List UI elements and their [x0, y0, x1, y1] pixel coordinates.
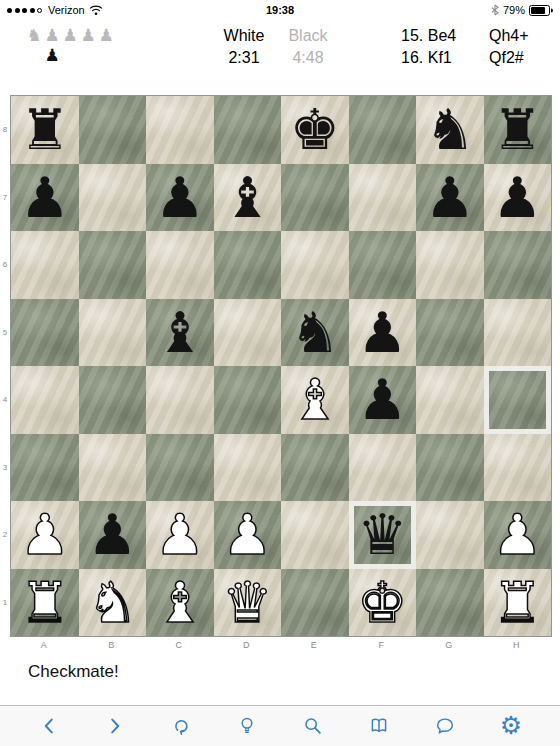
- piece-white-pawn[interactable]: ♟: [20, 501, 70, 569]
- piece-white-rook[interactable]: ♜: [20, 569, 70, 637]
- square-c7[interactable]: ♟: [146, 164, 214, 232]
- square-h3[interactable]: [484, 434, 552, 502]
- square-d1[interactable]: ♛: [214, 569, 282, 637]
- take-back-button[interactable]: [164, 709, 198, 743]
- black-clock-panel: Black 4:48: [277, 25, 339, 69]
- square-a6[interactable]: [11, 231, 79, 299]
- chat-button[interactable]: [428, 709, 462, 743]
- piece-black-bishop[interactable]: ♝: [222, 164, 272, 232]
- square-e4[interactable]: ♝: [281, 366, 349, 434]
- square-h7[interactable]: ♟: [484, 164, 552, 232]
- piece-white-pawn[interactable]: ♟: [492, 501, 542, 569]
- square-a8[interactable]: ♜: [11, 96, 79, 164]
- captured-piece: ♞: [25, 26, 43, 44]
- file-label-e: E: [280, 639, 348, 652]
- piece-black-rook[interactable]: ♜: [20, 96, 70, 164]
- square-f2[interactable]: ♛: [349, 501, 417, 569]
- square-e2[interactable]: [281, 501, 349, 569]
- square-g7[interactable]: ♟: [416, 164, 484, 232]
- square-c2[interactable]: ♟: [146, 501, 214, 569]
- white-player-label: White: [213, 25, 275, 47]
- rank-label-7: 7: [0, 164, 10, 232]
- move-row-15: 15. Be4 Qh4+: [401, 25, 559, 47]
- clock-time: 19:38: [0, 4, 560, 16]
- square-d2[interactable]: ♟: [214, 501, 282, 569]
- square-d6[interactable]: [214, 231, 282, 299]
- square-h5[interactable]: [484, 299, 552, 367]
- square-g1[interactable]: [416, 569, 484, 637]
- settings-button[interactable]: ⚙: [494, 709, 528, 743]
- file-label-b: B: [78, 639, 146, 652]
- square-b6[interactable]: [79, 231, 147, 299]
- move-16-black: Qf2#: [489, 47, 559, 69]
- file-labels: ABCDEFGH: [10, 639, 550, 652]
- piece-white-knight[interactable]: ♞: [87, 569, 137, 637]
- square-a5[interactable]: [11, 299, 79, 367]
- square-b8[interactable]: [79, 96, 147, 164]
- square-a2[interactable]: ♟: [11, 501, 79, 569]
- captured-piece: ♟: [79, 26, 97, 44]
- file-label-a: A: [10, 639, 78, 652]
- captured-black-pieces-row: ♟♟: [25, 45, 185, 65]
- white-clock-panel: White 2:31: [213, 25, 275, 69]
- square-h1[interactable]: ♜: [484, 569, 552, 637]
- status-bar: Verizon 19:38 79%: [0, 0, 560, 20]
- rank-label-1: 1: [0, 569, 10, 637]
- book-button[interactable]: [362, 709, 396, 743]
- move-15-black: Qh4+: [489, 25, 559, 47]
- square-c1[interactable]: ♝: [146, 569, 214, 637]
- move-16-white: 16. Kf1: [401, 47, 489, 69]
- square-h4[interactable]: [484, 366, 552, 434]
- square-e8[interactable]: ♚: [281, 96, 349, 164]
- move-15-white: 15. Be4: [401, 25, 489, 47]
- captured-white-pieces-row: ♞♟♟♟♟: [25, 25, 185, 45]
- square-h2[interactable]: ♟: [484, 501, 552, 569]
- chevron-left-icon: [38, 715, 60, 737]
- square-a1[interactable]: ♜: [11, 569, 79, 637]
- square-f6[interactable]: [349, 231, 417, 299]
- square-b1[interactable]: ♞: [79, 569, 147, 637]
- piece-black-pawn[interactable]: ♟: [87, 501, 137, 569]
- square-b5[interactable]: [79, 299, 147, 367]
- hint-button[interactable]: [230, 709, 264, 743]
- captured-piece: ♟: [97, 26, 115, 44]
- file-label-g: G: [415, 639, 483, 652]
- chess-app-page: Verizon 19:38 79% ♞♟♟♟♟ ♟♟: [0, 0, 560, 746]
- piece-black-pawn[interactable]: ♟: [20, 164, 70, 232]
- square-f5[interactable]: ♟: [349, 299, 417, 367]
- square-f3[interactable]: [349, 434, 417, 502]
- rank-label-8: 8: [0, 96, 10, 164]
- square-h6[interactable]: [484, 231, 552, 299]
- square-c4[interactable]: [146, 366, 214, 434]
- captured-piece: ♟: [43, 46, 61, 64]
- back-button[interactable]: [32, 709, 66, 743]
- square-h8[interactable]: ♜: [484, 96, 552, 164]
- square-d3[interactable]: [214, 434, 282, 502]
- rank-label-3: 3: [0, 434, 10, 502]
- square-f4[interactable]: ♟: [349, 366, 417, 434]
- square-b7[interactable]: [79, 164, 147, 232]
- square-f8[interactable]: [349, 96, 417, 164]
- lightbulb-icon: [236, 715, 258, 737]
- chevron-right-icon: [104, 715, 126, 737]
- chess-board: ♜♚♞♜♟♟♝♟♟♝♞♟♝♟♟♟♟♟♛♟♜♞♝♛♚♜: [10, 95, 552, 637]
- square-e6[interactable]: [281, 231, 349, 299]
- piece-white-bishop[interactable]: ♝: [155, 569, 205, 637]
- book-icon: [367, 715, 391, 737]
- magnifier-icon: [302, 715, 324, 737]
- black-clock-value: 4:48: [277, 47, 339, 69]
- take-back-icon: [170, 715, 192, 737]
- piece-black-pawn[interactable]: ♟: [425, 164, 475, 232]
- square-d8[interactable]: [214, 96, 282, 164]
- file-label-f: F: [348, 639, 416, 652]
- captured-pieces: ♞♟♟♟♟ ♟♟: [25, 25, 185, 65]
- square-g5[interactable]: [416, 299, 484, 367]
- square-a3[interactable]: [11, 434, 79, 502]
- piece-black-pawn[interactable]: ♟: [357, 366, 407, 434]
- captured-piece: ♟: [61, 26, 79, 44]
- piece-black-bishop[interactable]: ♝: [155, 299, 205, 367]
- piece-black-pawn[interactable]: ♟: [492, 164, 542, 232]
- square-b4[interactable]: [79, 366, 147, 434]
- piece-black-queen[interactable]: ♛: [357, 501, 407, 569]
- square-b2[interactable]: ♟: [79, 501, 147, 569]
- piece-white-bishop[interactable]: ♝: [290, 366, 340, 434]
- piece-black-knight[interactable]: ♞: [290, 299, 340, 367]
- file-label-c: C: [145, 639, 213, 652]
- piece-white-king[interactable]: ♚: [357, 569, 407, 637]
- square-g3[interactable]: [416, 434, 484, 502]
- square-f1[interactable]: ♚: [349, 569, 417, 637]
- square-a7[interactable]: ♟: [11, 164, 79, 232]
- piece-black-king[interactable]: ♚: [290, 96, 340, 164]
- gear-icon: ⚙: [500, 709, 522, 743]
- piece-white-pawn[interactable]: ♟: [155, 501, 205, 569]
- square-c3[interactable]: [146, 434, 214, 502]
- square-e7[interactable]: [281, 164, 349, 232]
- game-status-message: Checkmate!: [28, 662, 119, 682]
- rank-label-4: 4: [0, 366, 10, 434]
- square-g4[interactable]: [416, 366, 484, 434]
- move-row-16: 16. Kf1 Qf2#: [401, 47, 559, 69]
- rank-label-5: 5: [0, 299, 10, 367]
- file-label-h: H: [483, 639, 551, 652]
- square-e5[interactable]: ♞: [281, 299, 349, 367]
- square-g8[interactable]: ♞: [416, 96, 484, 164]
- forward-button[interactable]: [98, 709, 132, 743]
- piece-black-pawn[interactable]: ♟: [155, 164, 205, 232]
- square-d7[interactable]: ♝: [214, 164, 282, 232]
- square-d4[interactable]: [214, 366, 282, 434]
- square-f7[interactable]: [349, 164, 417, 232]
- square-c6[interactable]: [146, 231, 214, 299]
- bottom-toolbar: ⚙: [0, 705, 560, 746]
- white-clock-value: 2:31: [213, 47, 275, 69]
- rank-label-6: 6: [0, 231, 10, 299]
- game-header: ♞♟♟♟♟ ♟♟ White 2:31 Black 4:48 15. Be4 Q…: [0, 20, 560, 90]
- move-list[interactable]: 15. Be4 Qh4+ 16. Kf1 Qf2#: [401, 25, 559, 69]
- square-g6[interactable]: [416, 231, 484, 299]
- piece-white-rook[interactable]: ♜: [492, 569, 542, 637]
- square-b3[interactable]: [79, 434, 147, 502]
- piece-white-queen[interactable]: ♛: [222, 569, 272, 637]
- piece-white-pawn[interactable]: ♟: [222, 501, 272, 569]
- square-c5[interactable]: ♝: [146, 299, 214, 367]
- square-a4[interactable]: [11, 366, 79, 434]
- square-d5[interactable]: [214, 299, 282, 367]
- piece-black-pawn[interactable]: ♟: [357, 299, 407, 367]
- square-e1[interactable]: [281, 569, 349, 637]
- square-g2[interactable]: [416, 501, 484, 569]
- square-c8[interactable]: [146, 96, 214, 164]
- analyze-button[interactable]: [296, 709, 330, 743]
- rank-labels: 87654321: [0, 96, 10, 636]
- piece-black-rook[interactable]: ♜: [492, 96, 542, 164]
- speech-bubble-icon: [434, 715, 456, 737]
- piece-black-knight[interactable]: ♞: [425, 96, 475, 164]
- file-label-d: D: [213, 639, 281, 652]
- captured-piece: ♟: [43, 26, 61, 44]
- rank-label-2: 2: [0, 501, 10, 569]
- black-player-label: Black: [277, 25, 339, 47]
- square-e3[interactable]: [281, 434, 349, 502]
